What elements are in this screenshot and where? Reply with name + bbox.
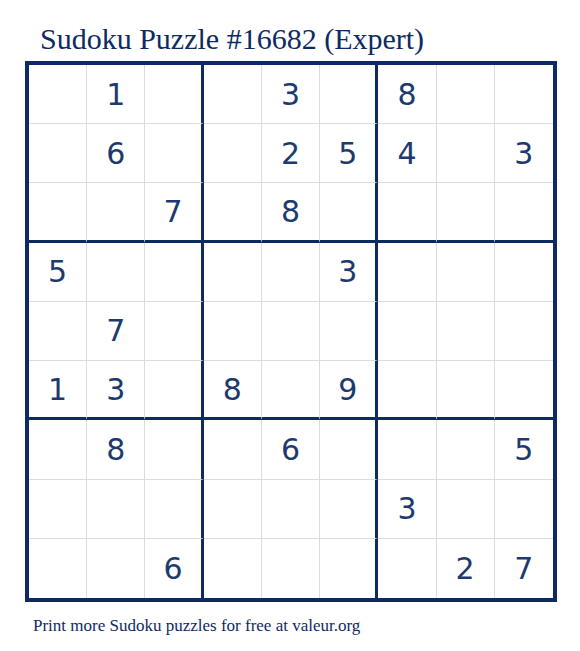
cell-r5c7 bbox=[378, 302, 436, 361]
cell-r9c6 bbox=[320, 539, 378, 598]
cell-r5c8 bbox=[437, 302, 495, 361]
cell-r8c3 bbox=[145, 480, 203, 539]
cell-r1c3 bbox=[145, 65, 203, 124]
cell-r7c2: 8 bbox=[87, 420, 145, 479]
cell-r4c4 bbox=[204, 243, 262, 302]
cell-r2c1 bbox=[29, 124, 87, 183]
cell-r2c5: 2 bbox=[262, 124, 320, 183]
cell-r6c3 bbox=[145, 361, 203, 420]
cell-r7c9: 5 bbox=[495, 420, 553, 479]
sudoku-board: 138625437853713898653627 bbox=[25, 61, 557, 602]
cell-r7c3 bbox=[145, 420, 203, 479]
cell-r6c7 bbox=[378, 361, 436, 420]
cell-r8c8 bbox=[437, 480, 495, 539]
cell-r5c9 bbox=[495, 302, 553, 361]
cell-r4c5 bbox=[262, 243, 320, 302]
cell-r8c4 bbox=[204, 480, 262, 539]
cell-r3c4 bbox=[204, 183, 262, 242]
cell-r1c9 bbox=[495, 65, 553, 124]
cell-r9c4 bbox=[204, 539, 262, 598]
cell-r2c3 bbox=[145, 124, 203, 183]
cell-r8c5 bbox=[262, 480, 320, 539]
sudoku-page: Sudoku Puzzle #16682 (Expert) 1386254378… bbox=[0, 0, 580, 651]
cell-r5c4 bbox=[204, 302, 262, 361]
cell-r8c7: 3 bbox=[378, 480, 436, 539]
cell-r4c6: 3 bbox=[320, 243, 378, 302]
cell-r7c5: 6 bbox=[262, 420, 320, 479]
page-title: Sudoku Puzzle #16682 (Expert) bbox=[0, 0, 580, 55]
cell-r6c4: 8 bbox=[204, 361, 262, 420]
cell-r9c1 bbox=[29, 539, 87, 598]
cell-r2c6: 5 bbox=[320, 124, 378, 183]
cell-r6c1: 1 bbox=[29, 361, 87, 420]
cell-r7c4 bbox=[204, 420, 262, 479]
footer-text: Print more Sudoku puzzles for free at va… bbox=[33, 616, 580, 636]
cell-r7c8 bbox=[437, 420, 495, 479]
cell-r7c1 bbox=[29, 420, 87, 479]
cell-r2c4 bbox=[204, 124, 262, 183]
cell-r1c5: 3 bbox=[262, 65, 320, 124]
cell-r1c7: 8 bbox=[378, 65, 436, 124]
cell-r6c5 bbox=[262, 361, 320, 420]
cell-r5c3 bbox=[145, 302, 203, 361]
cell-r9c3: 6 bbox=[145, 539, 203, 598]
cell-r1c8 bbox=[437, 65, 495, 124]
cell-r1c4 bbox=[204, 65, 262, 124]
cell-r6c6: 9 bbox=[320, 361, 378, 420]
cell-r2c9: 3 bbox=[495, 124, 553, 183]
cell-r3c7 bbox=[378, 183, 436, 242]
cell-r4c2 bbox=[87, 243, 145, 302]
cell-r4c3 bbox=[145, 243, 203, 302]
cell-r9c2 bbox=[87, 539, 145, 598]
cell-r2c2: 6 bbox=[87, 124, 145, 183]
cell-r3c1 bbox=[29, 183, 87, 242]
cell-r6c8 bbox=[437, 361, 495, 420]
cell-r7c6 bbox=[320, 420, 378, 479]
cell-r6c9 bbox=[495, 361, 553, 420]
cell-r3c8 bbox=[437, 183, 495, 242]
cell-r8c9 bbox=[495, 480, 553, 539]
cell-r4c1: 5 bbox=[29, 243, 87, 302]
cell-r6c2: 3 bbox=[87, 361, 145, 420]
cell-r8c1 bbox=[29, 480, 87, 539]
cell-r5c5 bbox=[262, 302, 320, 361]
cell-r8c6 bbox=[320, 480, 378, 539]
cell-r7c7 bbox=[378, 420, 436, 479]
cell-r9c9: 7 bbox=[495, 539, 553, 598]
cell-r1c6 bbox=[320, 65, 378, 124]
cell-r1c2: 1 bbox=[87, 65, 145, 124]
cell-r1c1 bbox=[29, 65, 87, 124]
cell-r3c3: 7 bbox=[145, 183, 203, 242]
cell-r9c5 bbox=[262, 539, 320, 598]
cell-r2c8 bbox=[437, 124, 495, 183]
cell-r4c8 bbox=[437, 243, 495, 302]
cell-r4c7 bbox=[378, 243, 436, 302]
cell-r9c8: 2 bbox=[437, 539, 495, 598]
cell-r3c2 bbox=[87, 183, 145, 242]
cell-r3c9 bbox=[495, 183, 553, 242]
cell-r3c5: 8 bbox=[262, 183, 320, 242]
cell-r9c7 bbox=[378, 539, 436, 598]
cell-r5c1 bbox=[29, 302, 87, 361]
cell-r8c2 bbox=[87, 480, 145, 539]
cell-r3c6 bbox=[320, 183, 378, 242]
cell-r5c6 bbox=[320, 302, 378, 361]
cell-r2c7: 4 bbox=[378, 124, 436, 183]
cell-r4c9 bbox=[495, 243, 553, 302]
cell-r5c2: 7 bbox=[87, 302, 145, 361]
